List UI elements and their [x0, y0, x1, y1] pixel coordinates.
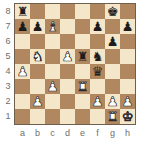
square-h6[interactable] — [120, 34, 135, 49]
black-queen-piece: ♛ — [92, 64, 104, 79]
square-c4[interactable] — [45, 64, 60, 79]
square-b8[interactable] — [30, 4, 45, 19]
square-c6[interactable] — [45, 34, 60, 49]
white-rook-piece: ♜ — [107, 109, 119, 124]
file-label-b: b — [30, 125, 45, 141]
square-c7[interactable]: ♝ — [45, 19, 60, 34]
square-e4[interactable] — [75, 64, 90, 79]
square-b1[interactable] — [30, 109, 45, 124]
rank-label-7: 7 — [2, 19, 14, 34]
square-b3[interactable] — [30, 79, 45, 94]
black-rook-piece: ♜ — [77, 49, 89, 64]
square-g7[interactable] — [105, 19, 120, 34]
square-d1[interactable] — [60, 109, 75, 124]
square-f6[interactable] — [90, 34, 105, 49]
square-d7[interactable] — [60, 19, 75, 34]
square-g2[interactable]: ♟ — [105, 94, 120, 109]
square-f8[interactable] — [90, 4, 105, 19]
square-h5[interactable] — [120, 49, 135, 64]
file-label-c: c — [45, 125, 60, 141]
square-f2[interactable]: ♟ — [90, 94, 105, 109]
square-b4[interactable] — [30, 64, 45, 79]
rank-label-8: 8 — [2, 4, 14, 19]
white-rook-piece: ♜ — [77, 79, 89, 94]
rank-labels: 87654321 — [2, 3, 14, 124]
file-labels: abcdefgh — [15, 125, 144, 141]
black-pawn-piece: ♟ — [107, 34, 119, 49]
square-b7[interactable]: ♟ — [30, 19, 45, 34]
square-h1[interactable]: ♚ — [120, 109, 135, 124]
square-a2[interactable] — [15, 94, 30, 109]
square-f3[interactable] — [90, 79, 105, 94]
square-g1[interactable]: ♜ — [105, 109, 120, 124]
white-knight-piece: ♞ — [32, 49, 44, 64]
black-knight-piece: ♞ — [92, 49, 104, 64]
square-a5[interactable] — [15, 49, 30, 64]
file-label-e: e — [75, 125, 90, 141]
black-pawn-piece: ♟ — [122, 19, 134, 34]
square-e7[interactable] — [75, 19, 90, 34]
white-pawn-piece: ♟ — [92, 94, 104, 109]
white-pawn-piece: ♟ — [62, 49, 74, 64]
black-king-piece: ♚ — [107, 4, 119, 19]
square-e8[interactable] — [75, 4, 90, 19]
file-label-f: f — [90, 125, 105, 141]
white-pawn-piece: ♟ — [32, 94, 44, 109]
square-e1[interactable] — [75, 109, 90, 124]
black-rook-piece: ♜ — [17, 4, 29, 19]
square-e5[interactable]: ♜ — [75, 49, 90, 64]
white-king-piece: ♚ — [122, 109, 134, 124]
square-a8[interactable]: ♜ — [15, 4, 30, 19]
square-d6[interactable] — [60, 34, 75, 49]
square-b2[interactable]: ♟ — [30, 94, 45, 109]
black-pawn-piece: ♟ — [92, 19, 104, 34]
white-pawn-piece: ♟ — [107, 94, 119, 109]
square-f7[interactable]: ♟ — [90, 19, 105, 34]
square-h4[interactable] — [120, 64, 135, 79]
square-g3[interactable] — [105, 79, 120, 94]
rank-label-4: 4 — [2, 64, 14, 79]
file-label-a: a — [15, 125, 30, 141]
square-d5[interactable]: ♟ — [60, 49, 75, 64]
black-pawn-piece: ♟ — [32, 19, 44, 34]
file-label-g: g — [105, 125, 120, 141]
white-pawn-piece: ♟ — [17, 64, 29, 79]
square-d3[interactable] — [60, 79, 75, 94]
square-h7[interactable]: ♟ — [120, 19, 135, 34]
square-e6[interactable] — [75, 34, 90, 49]
white-pawn-piece: ♟ — [47, 79, 59, 94]
rank-label-1: 1 — [2, 109, 14, 124]
square-e2[interactable] — [75, 94, 90, 109]
square-c3[interactable]: ♟ — [45, 79, 60, 94]
square-g4[interactable] — [105, 64, 120, 79]
square-h3[interactable] — [120, 79, 135, 94]
square-g8[interactable]: ♚ — [105, 4, 120, 19]
square-c2[interactable] — [45, 94, 60, 109]
square-a3[interactable] — [15, 79, 30, 94]
square-f4[interactable]: ♛ — [90, 64, 105, 79]
square-h2[interactable]: ♟ — [120, 94, 135, 109]
square-d4[interactable] — [60, 64, 75, 79]
rank-label-6: 6 — [2, 34, 14, 49]
chess-board: ♜♚♟♟♝♟♟♟♞♟♜♞♟♛♟♜♟♟♟♟♜♚ — [14, 3, 136, 125]
square-d2[interactable] — [60, 94, 75, 109]
white-pawn-piece: ♟ — [122, 94, 134, 109]
square-f5[interactable]: ♞ — [90, 49, 105, 64]
square-b6[interactable] — [30, 34, 45, 49]
chess-diagram: 87654321 ♜♚♟♟♝♟♟♟♞♟♜♞♟♛♟♜♟♟♟♟♜♚ abcdefgh — [0, 0, 144, 141]
square-d8[interactable] — [60, 4, 75, 19]
square-e3[interactable]: ♜ — [75, 79, 90, 94]
file-label-d: d — [60, 125, 75, 141]
square-a1[interactable] — [15, 109, 30, 124]
square-c1[interactable] — [45, 109, 60, 124]
square-c8[interactable] — [45, 4, 60, 19]
white-bishop-piece: ♝ — [47, 19, 59, 34]
square-a6[interactable] — [15, 34, 30, 49]
square-a4[interactable]: ♟ — [15, 64, 30, 79]
square-c5[interactable] — [45, 49, 60, 64]
file-label-h: h — [120, 125, 135, 141]
rank-label-3: 3 — [2, 79, 14, 94]
square-g6[interactable]: ♟ — [105, 34, 120, 49]
square-g5[interactable] — [105, 49, 120, 64]
rank-label-2: 2 — [2, 94, 14, 109]
rank-label-5: 5 — [2, 49, 14, 64]
square-f1[interactable] — [90, 109, 105, 124]
black-pawn-piece: ♟ — [17, 19, 29, 34]
square-a7[interactable]: ♟ — [15, 19, 30, 34]
square-h8[interactable] — [120, 4, 135, 19]
square-b5[interactable]: ♞ — [30, 49, 45, 64]
